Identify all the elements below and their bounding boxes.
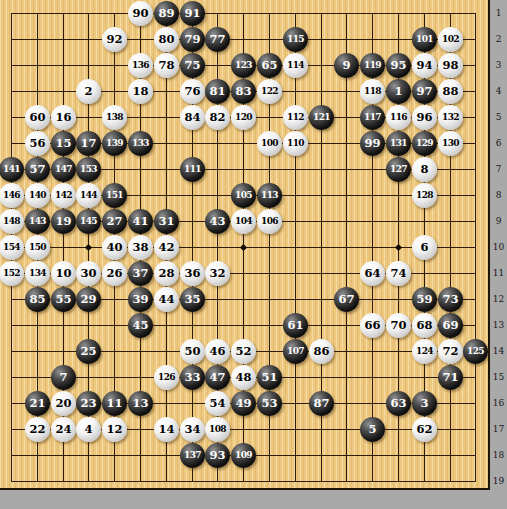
stone-38-F10[interactable]: 38	[128, 235, 153, 260]
row-label-11: 11	[490, 269, 507, 278]
move-number: 68	[416, 320, 432, 332]
move-number: 56	[29, 138, 45, 150]
stone-60-B5[interactable]: 60	[25, 105, 50, 130]
move-number: 26	[106, 268, 122, 280]
move-number: 9	[342, 60, 350, 72]
row-label-14: 14	[490, 347, 507, 356]
stone-57-B7[interactable]: 57	[25, 157, 50, 182]
move-number: 39	[132, 294, 148, 306]
move-number: 33	[184, 372, 200, 384]
move-number: 28	[158, 268, 174, 280]
move-number: 128	[416, 191, 433, 200]
stone-59-Q12[interactable]: 59	[412, 287, 437, 312]
stone-150-B10[interactable]: 150	[25, 235, 50, 260]
move-number: 89	[158, 8, 174, 20]
move-number: 50	[184, 346, 200, 358]
stone-15-C6[interactable]: 15	[51, 131, 76, 156]
stone-85-B12[interactable]: 85	[25, 287, 50, 312]
stone-120-J5[interactable]: 120	[231, 105, 256, 130]
stone-72-R14[interactable]: 72	[438, 339, 463, 364]
move-number: 88	[442, 86, 458, 98]
move-number: 154	[3, 243, 20, 252]
stone-117-O5[interactable]: 117	[360, 105, 385, 130]
stone-104-J9[interactable]: 104	[231, 209, 256, 234]
stone-8-Q7[interactable]: 8	[412, 157, 437, 182]
move-number: 30	[80, 268, 96, 280]
stone-61-L13[interactable]: 61	[283, 313, 308, 338]
stone-45-F13[interactable]: 45	[128, 313, 153, 338]
move-number: 35	[184, 294, 200, 306]
move-number: 124	[416, 347, 433, 356]
stone-144-D8[interactable]: 144	[76, 183, 101, 208]
stone-30-D11[interactable]: 30	[76, 261, 101, 286]
stone-110-L6[interactable]: 110	[283, 131, 308, 156]
move-number: 131	[390, 139, 407, 148]
stone-27-E9[interactable]: 27	[102, 209, 127, 234]
stone-133-F6[interactable]: 133	[128, 131, 153, 156]
stone-93-I18[interactable]: 93	[205, 443, 230, 468]
row-label-18: 18	[490, 451, 507, 460]
move-number: 66	[364, 320, 380, 332]
move-number: 76	[184, 86, 200, 98]
move-number: 129	[416, 139, 433, 148]
go-board[interactable]: 9089919280797711510110213678751236511491…	[0, 0, 490, 490]
stone-20-C16[interactable]: 20	[51, 391, 76, 416]
row-label-1: 1	[490, 9, 507, 18]
move-number: 134	[29, 269, 46, 278]
move-number: 84	[184, 112, 200, 124]
move-number: 125	[467, 347, 484, 356]
grid-vline	[346, 13, 347, 482]
move-number: 138	[106, 113, 123, 122]
move-number: 20	[55, 398, 71, 410]
stone-131-P6[interactable]: 131	[386, 131, 411, 156]
move-number: 13	[132, 398, 148, 410]
move-number: 107	[287, 347, 304, 356]
stone-43-I9[interactable]: 43	[205, 209, 230, 234]
move-number: 7	[59, 372, 67, 384]
move-number: 43	[209, 216, 225, 228]
stone-128-Q8[interactable]: 128	[412, 183, 437, 208]
stone-115-L2[interactable]: 115	[283, 27, 308, 52]
move-number: 51	[261, 372, 277, 384]
stone-114-L3[interactable]: 114	[283, 53, 308, 78]
stone-82-I5[interactable]: 82	[205, 105, 230, 130]
stone-108-I17[interactable]: 108	[205, 417, 230, 442]
stone-67-N12[interactable]: 67	[334, 287, 359, 312]
stone-152-A11[interactable]: 152	[0, 261, 24, 286]
stone-35-H12[interactable]: 35	[180, 287, 205, 312]
move-number: 46	[209, 346, 225, 358]
stone-138-E5[interactable]: 138	[102, 105, 127, 130]
move-number: 6	[420, 242, 428, 254]
stone-42-G10[interactable]: 42	[154, 235, 179, 260]
move-number: 151	[106, 191, 123, 200]
stone-76-H4[interactable]: 76	[180, 79, 205, 104]
stone-6-Q10[interactable]: 6	[412, 235, 437, 260]
stone-123-J3[interactable]: 123	[231, 53, 256, 78]
move-number: 83	[235, 86, 251, 98]
star-point	[395, 244, 402, 251]
stone-107-L14[interactable]: 107	[283, 339, 308, 364]
move-number: 21	[29, 398, 45, 410]
move-number: 92	[106, 34, 122, 46]
stone-98-R3[interactable]: 98	[438, 53, 463, 78]
stone-105-J8[interactable]: 105	[231, 183, 256, 208]
row-label-12: 12	[490, 295, 507, 304]
row-label-17: 17	[490, 425, 507, 434]
stone-17-D6[interactable]: 17	[76, 131, 101, 156]
move-number: 95	[390, 60, 406, 72]
stone-87-M16[interactable]: 87	[309, 391, 334, 416]
stone-121-M5[interactable]: 121	[309, 105, 334, 130]
move-number: 22	[29, 424, 45, 436]
stone-143-B9[interactable]: 143	[25, 209, 50, 234]
stone-22-B17[interactable]: 22	[25, 417, 50, 442]
move-number: 74	[390, 268, 406, 280]
move-number: 41	[132, 216, 148, 228]
move-number: 69	[442, 320, 458, 332]
stone-142-C8[interactable]: 142	[51, 183, 76, 208]
move-number: 121	[313, 113, 330, 122]
move-number: 73	[442, 294, 458, 306]
move-number: 126	[158, 373, 175, 382]
stone-126-G15[interactable]: 126	[154, 365, 179, 390]
move-number: 25	[80, 346, 96, 358]
stone-146-A8[interactable]: 146	[0, 183, 24, 208]
row-label-strip: 12345678910111213141516171819	[490, 0, 507, 509]
move-number: 114	[287, 61, 304, 70]
stone-23-D16[interactable]: 23	[76, 391, 101, 416]
stone-74-P11[interactable]: 74	[386, 261, 411, 286]
move-number: 49	[235, 398, 251, 410]
stone-64-O11[interactable]: 64	[360, 261, 385, 286]
stone-111-H7[interactable]: 111	[180, 157, 205, 182]
stone-2-D4[interactable]: 2	[76, 79, 101, 104]
move-number: 142	[55, 191, 72, 200]
move-number: 5	[368, 424, 376, 436]
stone-95-P3[interactable]: 95	[386, 53, 411, 78]
stone-132-R5[interactable]: 132	[438, 105, 463, 130]
stone-25-D14[interactable]: 25	[76, 339, 101, 364]
move-number: 112	[287, 113, 304, 122]
stone-106-K9[interactable]: 106	[257, 209, 282, 234]
move-number: 101	[416, 35, 433, 44]
move-number: 37	[132, 268, 148, 280]
stone-124-Q14[interactable]: 124	[412, 339, 437, 364]
move-number: 16	[55, 112, 71, 124]
stone-39-F12[interactable]: 39	[128, 287, 153, 312]
move-number: 59	[416, 294, 432, 306]
stone-140-B8[interactable]: 140	[25, 183, 50, 208]
stone-92-E2[interactable]: 92	[102, 27, 127, 52]
move-number: 55	[55, 294, 71, 306]
stone-113-K8[interactable]: 113	[257, 183, 282, 208]
stone-66-O13[interactable]: 66	[360, 313, 385, 338]
stone-77-I2[interactable]: 77	[205, 27, 230, 52]
move-number: 105	[235, 191, 252, 200]
stone-19-C9[interactable]: 19	[51, 209, 76, 234]
stone-63-P16[interactable]: 63	[386, 391, 411, 416]
move-number: 42	[158, 242, 174, 254]
stone-26-E11[interactable]: 26	[102, 261, 127, 286]
stone-21-B16[interactable]: 21	[25, 391, 50, 416]
stone-7-C15[interactable]: 7	[51, 365, 76, 390]
move-number: 31	[158, 216, 174, 228]
stone-62-Q17[interactable]: 62	[412, 417, 437, 442]
stone-24-C17[interactable]: 24	[51, 417, 76, 442]
stone-147-C7[interactable]: 147	[51, 157, 76, 182]
stone-33-H15[interactable]: 33	[180, 365, 205, 390]
move-number: 99	[364, 138, 380, 150]
stone-37-F11[interactable]: 37	[128, 261, 153, 286]
move-number: 144	[80, 191, 97, 200]
move-number: 2	[84, 86, 92, 98]
move-number: 120	[235, 113, 252, 122]
move-number: 141	[3, 165, 20, 174]
stone-125-S14[interactable]: 125	[463, 339, 488, 364]
stone-101-Q2[interactable]: 101	[412, 27, 437, 52]
move-number: 106	[261, 217, 278, 226]
move-number: 15	[55, 138, 71, 150]
stone-99-O6[interactable]: 99	[360, 131, 385, 156]
stone-44-G12[interactable]: 44	[154, 287, 179, 312]
move-number: 54	[209, 398, 225, 410]
move-number: 115	[287, 35, 304, 44]
stone-134-B11[interactable]: 134	[25, 261, 50, 286]
move-number: 130	[442, 139, 459, 148]
stone-91-H1[interactable]: 91	[180, 1, 205, 26]
stone-153-D7[interactable]: 153	[76, 157, 101, 182]
stone-119-O3[interactable]: 119	[360, 53, 385, 78]
stone-122-K4[interactable]: 122	[257, 79, 282, 104]
move-number: 110	[287, 139, 304, 148]
move-number: 79	[184, 34, 200, 46]
move-number: 63	[390, 398, 406, 410]
move-number: 70	[390, 320, 406, 332]
stone-16-C5[interactable]: 16	[51, 105, 76, 130]
stone-118-O4[interactable]: 118	[360, 79, 385, 104]
grid-vline	[295, 13, 296, 482]
row-label-15: 15	[490, 373, 507, 382]
move-number: 118	[364, 87, 381, 96]
move-number: 52	[235, 346, 251, 358]
stone-5-O17[interactable]: 5	[360, 417, 385, 442]
row-label-16: 16	[490, 399, 507, 408]
stone-4-D17[interactable]: 4	[76, 417, 101, 442]
stone-100-K6[interactable]: 100	[257, 131, 282, 156]
stone-137-H18[interactable]: 137	[180, 443, 205, 468]
row-label-6: 6	[490, 139, 507, 148]
move-number: 64	[364, 268, 380, 280]
stone-148-A9[interactable]: 148	[0, 209, 24, 234]
stone-52-J14[interactable]: 52	[231, 339, 256, 364]
move-number: 72	[442, 346, 458, 358]
row-label-10: 10	[490, 243, 507, 252]
stone-71-R15[interactable]: 71	[438, 365, 463, 390]
move-number: 32	[209, 268, 225, 280]
move-number: 44	[158, 294, 174, 306]
move-number: 150	[29, 243, 46, 252]
move-number: 104	[235, 217, 252, 226]
move-number: 102	[442, 35, 459, 44]
move-number: 18	[132, 86, 148, 98]
stone-83-J4[interactable]: 83	[231, 79, 256, 104]
stone-54-I16[interactable]: 54	[205, 391, 230, 416]
stone-109-J18[interactable]: 109	[231, 443, 256, 468]
stone-14-G17[interactable]: 14	[154, 417, 179, 442]
row-label-8: 8	[490, 191, 507, 200]
move-number: 80	[158, 34, 174, 46]
row-label-5: 5	[490, 113, 507, 122]
stone-49-J16[interactable]: 49	[231, 391, 256, 416]
move-number: 98	[442, 60, 458, 72]
stone-139-E6[interactable]: 139	[102, 131, 127, 156]
stone-3-Q16[interactable]: 3	[412, 391, 437, 416]
stone-79-H2[interactable]: 79	[180, 27, 205, 52]
stone-141-A7[interactable]: 141	[0, 157, 24, 182]
stone-34-H17[interactable]: 34	[180, 417, 205, 442]
move-number: 12	[106, 424, 122, 436]
stone-18-F4[interactable]: 18	[128, 79, 153, 104]
move-number: 65	[261, 60, 277, 72]
move-number: 93	[209, 450, 225, 462]
stone-41-F9[interactable]: 41	[128, 209, 153, 234]
move-number: 122	[261, 87, 278, 96]
stone-145-D9[interactable]: 145	[76, 209, 101, 234]
stone-112-L5[interactable]: 112	[283, 105, 308, 130]
move-number: 137	[184, 451, 201, 460]
stone-31-G9[interactable]: 31	[154, 209, 179, 234]
stone-1-P4[interactable]: 1	[386, 79, 411, 104]
stone-136-F3[interactable]: 136	[128, 53, 153, 78]
stone-29-D12[interactable]: 29	[76, 287, 101, 312]
move-number: 148	[3, 217, 20, 226]
move-number: 45	[132, 320, 148, 332]
move-number: 47	[209, 372, 225, 384]
stone-84-H5[interactable]: 84	[180, 105, 205, 130]
move-number: 81	[209, 86, 225, 98]
stone-48-J15[interactable]: 48	[231, 365, 256, 390]
stone-9-N3[interactable]: 9	[334, 53, 359, 78]
stone-127-P7[interactable]: 127	[386, 157, 411, 182]
move-number: 91	[184, 8, 200, 20]
stone-80-G2[interactable]: 80	[154, 27, 179, 52]
move-number: 48	[235, 372, 251, 384]
stone-47-I15[interactable]: 47	[205, 365, 230, 390]
stone-32-I11[interactable]: 32	[205, 261, 230, 286]
move-number: 78	[158, 60, 174, 72]
move-number: 146	[3, 191, 20, 200]
stone-65-K3[interactable]: 65	[257, 53, 282, 78]
move-number: 94	[416, 60, 432, 72]
move-number: 57	[29, 164, 45, 176]
stone-46-I14[interactable]: 46	[205, 339, 230, 364]
move-number: 14	[158, 424, 174, 436]
stone-96-Q5[interactable]: 96	[412, 105, 437, 130]
stone-50-H14[interactable]: 50	[180, 339, 205, 364]
stone-116-P5[interactable]: 116	[386, 105, 411, 130]
move-number: 29	[80, 294, 96, 306]
move-number: 147	[55, 165, 72, 174]
stone-130-R6[interactable]: 130	[438, 131, 463, 156]
stone-81-I4[interactable]: 81	[205, 79, 230, 104]
stone-90-F1[interactable]: 90	[128, 1, 153, 26]
move-number: 23	[80, 398, 96, 410]
stone-12-E17[interactable]: 12	[102, 417, 127, 442]
stone-13-F16[interactable]: 13	[128, 391, 153, 416]
stone-11-E16[interactable]: 11	[102, 391, 127, 416]
move-number: 116	[390, 113, 407, 122]
stone-56-B6[interactable]: 56	[25, 131, 50, 156]
stone-53-K16[interactable]: 53	[257, 391, 282, 416]
move-number: 67	[338, 294, 354, 306]
stone-70-P13[interactable]: 70	[386, 313, 411, 338]
stone-154-A10[interactable]: 154	[0, 235, 24, 260]
row-label-2: 2	[490, 35, 507, 44]
move-number: 11	[106, 398, 122, 410]
stone-151-E8[interactable]: 151	[102, 183, 127, 208]
stone-129-Q6[interactable]: 129	[412, 131, 437, 156]
stone-86-M14[interactable]: 86	[309, 339, 334, 364]
move-number: 4	[84, 424, 92, 436]
move-number: 90	[132, 8, 148, 20]
row-label-13: 13	[490, 321, 507, 330]
stone-78-G3[interactable]: 78	[154, 53, 179, 78]
go-kifu-screenshot: 9089919280797711510110213678751236511491…	[0, 0, 507, 509]
move-number: 27	[106, 216, 122, 228]
move-number: 87	[313, 398, 329, 410]
move-number: 71	[442, 372, 458, 384]
stone-51-K15[interactable]: 51	[257, 365, 282, 390]
move-number: 136	[132, 61, 149, 70]
stone-73-R12[interactable]: 73	[438, 287, 463, 312]
move-number: 111	[184, 165, 201, 174]
move-number: 139	[106, 139, 123, 148]
move-number: 38	[132, 242, 148, 254]
stone-68-Q13[interactable]: 68	[412, 313, 437, 338]
stone-88-R4[interactable]: 88	[438, 79, 463, 104]
move-number: 60	[29, 112, 45, 124]
move-number: 127	[390, 165, 407, 174]
move-number: 145	[80, 217, 97, 226]
stone-89-G1[interactable]: 89	[154, 1, 179, 26]
row-label-4: 4	[490, 87, 507, 96]
move-number: 36	[184, 268, 200, 280]
move-number: 100	[261, 139, 278, 148]
star-point	[85, 244, 92, 251]
move-number: 108	[209, 425, 226, 434]
stone-75-H3[interactable]: 75	[180, 53, 205, 78]
stone-36-H11[interactable]: 36	[180, 261, 205, 286]
stone-10-C11[interactable]: 10	[51, 261, 76, 286]
stone-28-G11[interactable]: 28	[154, 261, 179, 286]
row-label-9: 9	[490, 217, 507, 226]
move-number: 1	[394, 86, 402, 98]
stone-40-E10[interactable]: 40	[102, 235, 127, 260]
stone-102-R2[interactable]: 102	[438, 27, 463, 52]
star-point	[240, 244, 247, 251]
move-number: 19	[55, 216, 71, 228]
move-number: 85	[29, 294, 45, 306]
stone-55-C12[interactable]: 55	[51, 287, 76, 312]
move-number: 77	[209, 34, 225, 46]
stone-94-Q3[interactable]: 94	[412, 53, 437, 78]
move-number: 53	[261, 398, 277, 410]
stone-97-Q4[interactable]: 97	[412, 79, 437, 104]
row-label-19: 19	[490, 477, 507, 486]
stone-69-R13[interactable]: 69	[438, 313, 463, 338]
